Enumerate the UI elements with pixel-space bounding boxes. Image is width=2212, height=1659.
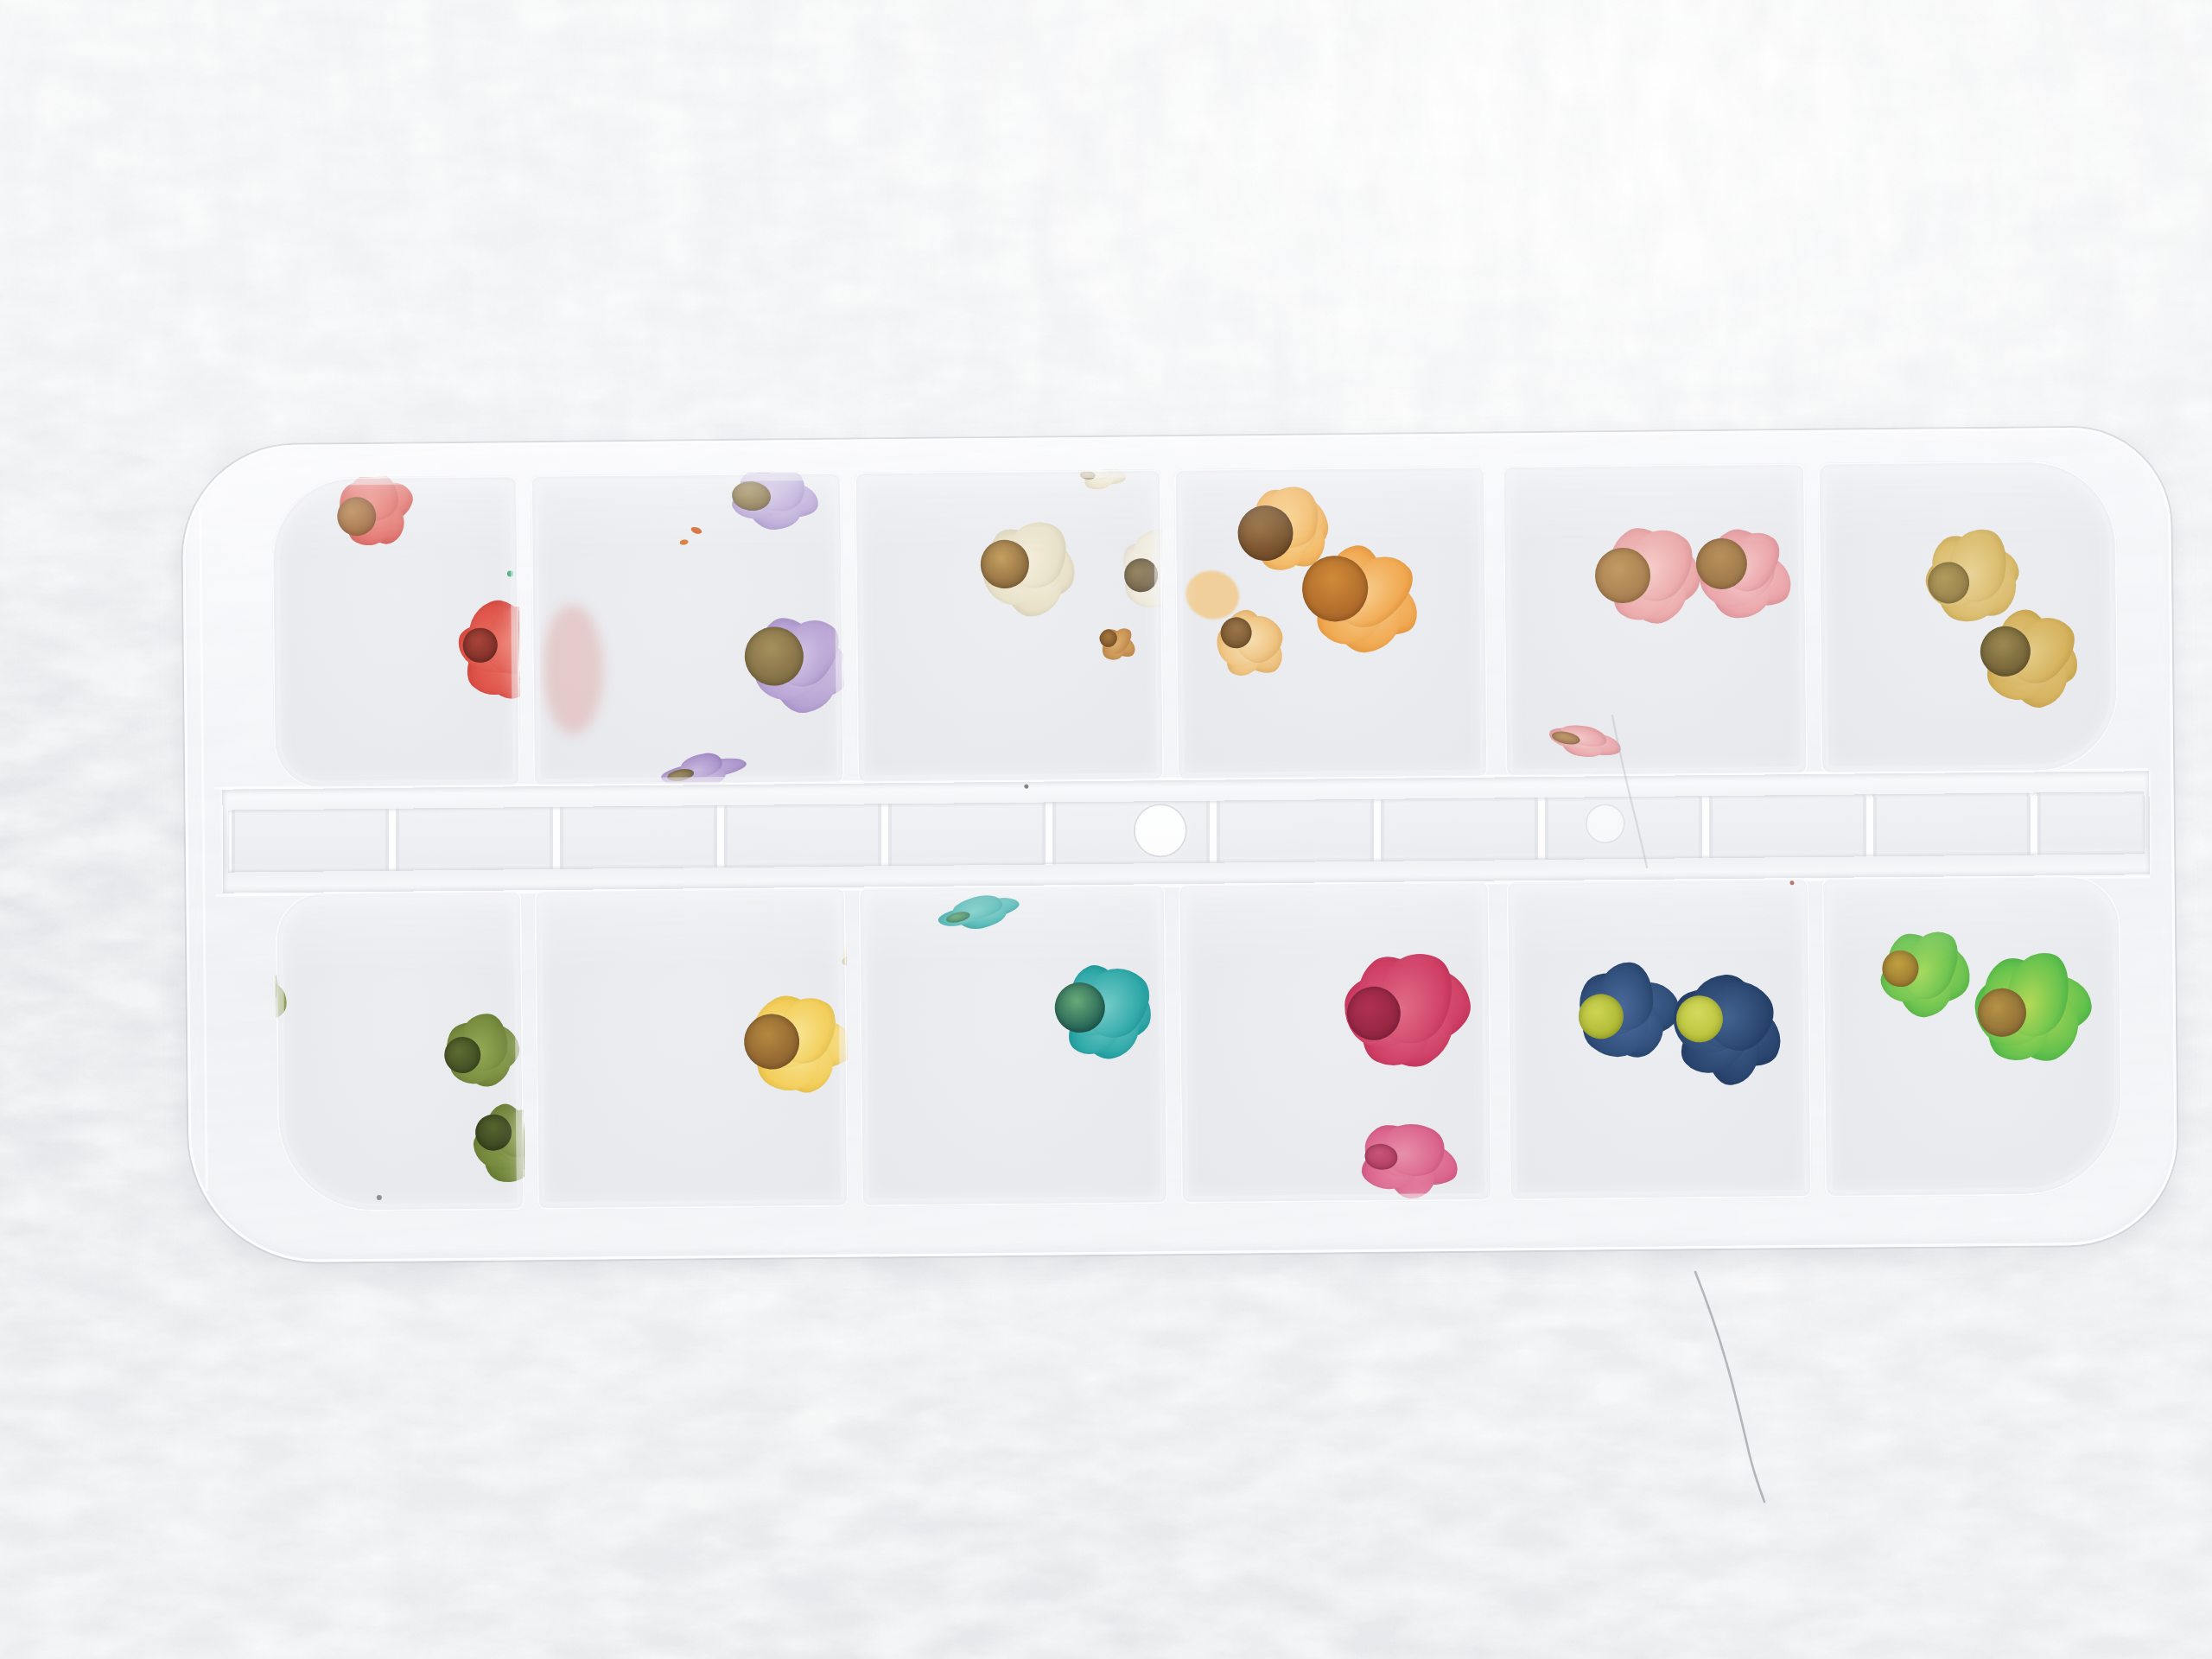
compartment-c3-cream <box>855 469 1164 783</box>
compartment-c11-navy <box>1506 878 1812 1200</box>
pressed-flower <box>1046 469 1128 499</box>
compartment-c2-purple <box>531 473 844 786</box>
petal-fragment <box>542 604 603 734</box>
compartment-c6-tan <box>1818 461 2119 774</box>
flower-center <box>841 954 849 966</box>
compartment-c1-red <box>271 475 520 789</box>
pressed-flower <box>1275 915 1471 1111</box>
pressed-flower <box>1300 1090 1463 1204</box>
pressed-flower <box>1505 702 1626 772</box>
pressed-flower <box>682 473 820 550</box>
dust-speck-1 <box>377 1195 382 1200</box>
compartment-c10-magenta <box>1178 881 1492 1204</box>
compartment-c7-olive <box>275 890 524 1212</box>
hair-fiber-1 <box>1695 1272 1764 1502</box>
pressed-flower <box>613 737 747 786</box>
compartment-c8-yellow <box>534 887 849 1210</box>
pressed-flower <box>281 475 431 591</box>
compartment-c12-green <box>1821 875 2123 1198</box>
pressed-flower <box>921 481 1088 648</box>
photo-scene <box>0 0 2212 1659</box>
pressed-flower <box>893 884 1023 954</box>
pressed-flower <box>1904 915 2099 1109</box>
hinge-hole-2 <box>1587 805 1624 842</box>
dust-speck-2 <box>1024 784 1028 788</box>
compartment-c4-orange <box>1174 467 1488 780</box>
storage-case <box>182 427 2178 1263</box>
pressed-flower <box>683 566 844 747</box>
hinge-hole-1 <box>1135 805 1186 856</box>
case-edge-highlight-0 <box>199 509 208 1192</box>
pressed-flower <box>995 922 1166 1093</box>
petal-fragment <box>679 539 689 546</box>
compartment-c9-teal <box>858 884 1168 1206</box>
compartment-c5-pink <box>1503 463 1808 777</box>
pressed-flower <box>391 556 520 734</box>
pressed-flower <box>275 928 300 1065</box>
dust-speck-3 <box>1789 880 1794 885</box>
divider-tab-slots <box>228 791 2145 872</box>
center-divider-strip <box>222 771 2150 893</box>
